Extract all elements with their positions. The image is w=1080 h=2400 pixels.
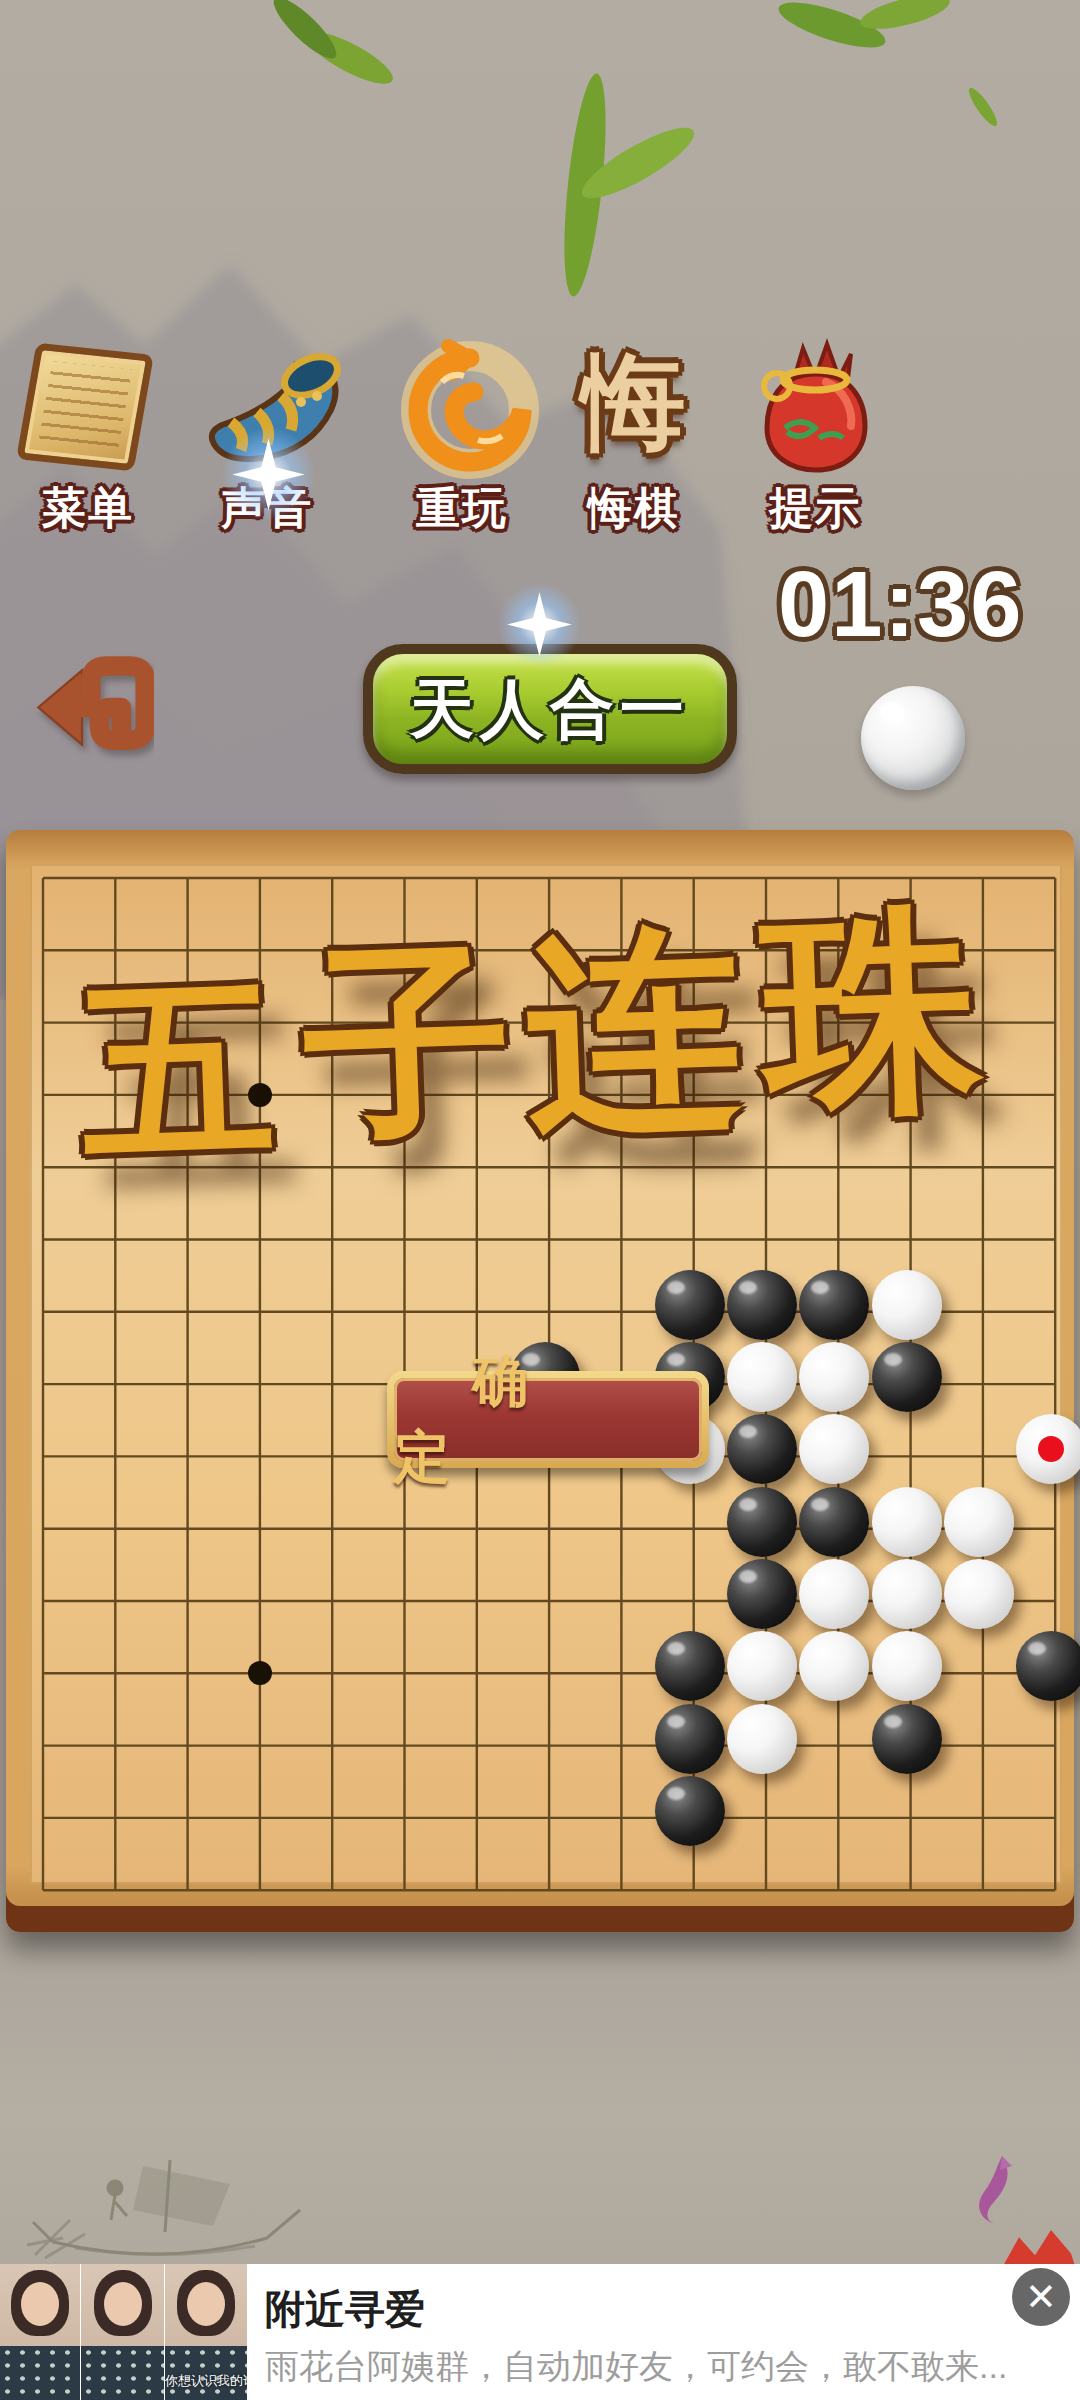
menu-label: 菜单 bbox=[0, 479, 176, 538]
hint-bag-icon bbox=[741, 330, 891, 482]
ad-photo-thumbnail[interactable] bbox=[81, 2264, 164, 2400]
ad-photo-thumbnail[interactable]: 你想认识我的话 bbox=[165, 2264, 247, 2400]
board-title-char: 珠 bbox=[759, 864, 987, 1166]
ad-title: 附近寻爱 bbox=[265, 2282, 425, 2337]
white-stone bbox=[944, 1559, 1014, 1629]
replay-swirl-icon bbox=[382, 332, 552, 492]
black-stone bbox=[799, 1487, 869, 1557]
white-stone bbox=[799, 1342, 869, 1412]
white-stone bbox=[872, 1631, 942, 1701]
toolbar-item-menu[interactable]: 菜单 bbox=[0, 338, 176, 538]
white-stone bbox=[872, 1487, 942, 1557]
toolbar-item-replay[interactable]: 重玩 bbox=[374, 338, 550, 538]
black-stone bbox=[727, 1270, 797, 1340]
white-stone bbox=[872, 1270, 942, 1340]
toolbar-item-sound[interactable]: 声音 bbox=[179, 338, 355, 538]
replay-label: 重玩 bbox=[374, 479, 550, 538]
ad-thumb-caption: 你想认识我的话 bbox=[165, 2372, 247, 2390]
white-stone bbox=[799, 1559, 869, 1629]
black-stone bbox=[799, 1270, 869, 1340]
board-title-char: 子 bbox=[299, 902, 517, 1190]
undo-hui-icon: 悔 bbox=[574, 334, 694, 474]
turn-indicator-white-stone bbox=[861, 686, 965, 790]
white-stone bbox=[872, 1559, 942, 1629]
game-timer: 01:36 bbox=[778, 552, 1058, 657]
ad-banner[interactable]: 你想认识我的话 附近寻爱 雨花台阿姨群，自动加好友，可约会，敢不敢来... ✕ bbox=[0, 2264, 1080, 2400]
white-stone bbox=[944, 1487, 1014, 1557]
black-stone bbox=[1016, 1631, 1080, 1701]
hint-label: 提示 bbox=[727, 479, 903, 538]
mode-button-label: 天人合一 bbox=[410, 666, 690, 753]
confirm-button[interactable]: 确定 bbox=[387, 1371, 709, 1468]
white-stone bbox=[727, 1631, 797, 1701]
black-stone bbox=[872, 1704, 942, 1774]
menu-scroll-icon bbox=[16, 343, 154, 472]
ad-photo-thumbnail[interactable] bbox=[0, 2264, 80, 2400]
black-stone bbox=[655, 1270, 725, 1340]
ad-close-button[interactable]: ✕ bbox=[1012, 2268, 1070, 2326]
black-stone bbox=[727, 1414, 797, 1484]
back-button[interactable] bbox=[34, 642, 154, 762]
last-move-marker bbox=[1038, 1436, 1064, 1462]
confirm-button-label: 确定 bbox=[394, 1344, 702, 1496]
mode-button[interactable]: 天人合一 bbox=[363, 644, 737, 774]
sound-label: 声音 bbox=[179, 479, 355, 538]
black-stone bbox=[655, 1704, 725, 1774]
board-title-char: 五 bbox=[78, 941, 279, 1207]
flower-painting bbox=[995, 2230, 1075, 2266]
black-stone bbox=[727, 1487, 797, 1557]
black-stone bbox=[727, 1559, 797, 1629]
boat-painting bbox=[15, 2150, 375, 2270]
gomoku-board: 五子连珠 确定 bbox=[6, 830, 1074, 1932]
board-surface[interactable]: 五子连珠 确定 bbox=[30, 864, 1062, 1884]
sound-horn-icon bbox=[189, 338, 349, 488]
undo-label: 悔棋 bbox=[546, 479, 722, 538]
black-stone bbox=[872, 1342, 942, 1412]
white-stone bbox=[727, 1704, 797, 1774]
black-stone bbox=[655, 1631, 725, 1701]
white-stone bbox=[727, 1342, 797, 1412]
black-stone bbox=[655, 1776, 725, 1846]
ad-subtitle: 雨花台阿姨群，自动加好友，可约会，敢不敢来... bbox=[265, 2344, 1035, 2390]
fish-painting bbox=[972, 2152, 1032, 2228]
close-x-icon: ✕ bbox=[1025, 2275, 1057, 2319]
board-title-char: 连 bbox=[521, 884, 747, 1182]
toolbar-item-hint[interactable]: 提示 bbox=[727, 338, 903, 538]
game-screen: 菜单 声音 重玩 悔 悔棋 提示 01 bbox=[0, 0, 1080, 2400]
toolbar-item-undo[interactable]: 悔 悔棋 bbox=[546, 338, 722, 538]
white-stone bbox=[1016, 1414, 1080, 1484]
